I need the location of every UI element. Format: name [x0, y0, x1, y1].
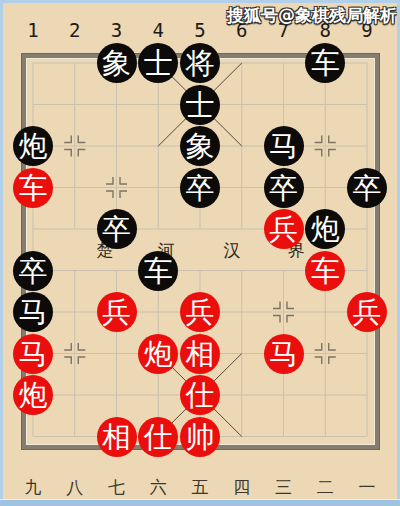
file-label-bottom-3: 七: [104, 477, 130, 497]
piece-black-炮[interactable]: 炮: [305, 209, 345, 249]
piece-black-炮[interactable]: 炮: [13, 126, 53, 166]
file-label-top-3: 3: [106, 20, 128, 40]
piece-black-车[interactable]: 车: [305, 43, 345, 83]
piece-red-炮[interactable]: 炮: [138, 334, 178, 374]
file-label-bottom-7: 三: [271, 477, 297, 497]
piece-red-炮[interactable]: 炮: [13, 375, 53, 415]
piece-black-卒[interactable]: 卒: [13, 251, 53, 291]
piece-red-帅[interactable]: 帅: [180, 417, 220, 457]
piece-red-兵[interactable]: 兵: [180, 292, 220, 332]
piece-black-马[interactable]: 马: [264, 126, 304, 166]
piece-red-相[interactable]: 相: [180, 334, 220, 374]
file-label-bottom-2: 八: [62, 477, 88, 497]
piece-red-兵[interactable]: 兵: [97, 292, 137, 332]
file-label-bottom-6: 四: [229, 477, 255, 497]
piece-black-卒[interactable]: 卒: [180, 168, 220, 208]
watermark: 搜狐号@象棋残局解析: [227, 4, 397, 27]
piece-red-兵[interactable]: 兵: [347, 292, 387, 332]
file-label-top-4: 4: [147, 20, 169, 40]
river-char-3: 汉: [220, 240, 244, 260]
piece-black-士[interactable]: 士: [180, 85, 220, 125]
piece-black-卒[interactable]: 卒: [347, 168, 387, 208]
file-label-top-5: 5: [189, 20, 211, 40]
piece-red-相[interactable]: 相: [97, 417, 137, 457]
piece-black-将[interactable]: 将: [180, 43, 220, 83]
file-label-bottom-8: 二: [312, 477, 338, 497]
piece-red-车[interactable]: 车: [13, 168, 53, 208]
file-label-bottom-4: 六: [145, 477, 171, 497]
file-label-top-1: 1: [22, 20, 44, 40]
piece-red-兵[interactable]: 兵: [264, 209, 304, 249]
piece-red-车[interactable]: 车: [305, 251, 345, 291]
file-label-bottom-5: 五: [187, 477, 213, 497]
piece-red-马[interactable]: 马: [13, 334, 53, 374]
piece-red-马[interactable]: 马: [264, 334, 304, 374]
piece-black-车[interactable]: 车: [138, 251, 178, 291]
window-frame-bottom: [0, 499, 400, 506]
piece-black-卒[interactable]: 卒: [97, 209, 137, 249]
piece-black-象[interactable]: 象: [97, 43, 137, 83]
piece-black-马[interactable]: 马: [13, 292, 53, 332]
window-frame-top: [0, 0, 400, 3]
file-label-bottom-1: 九: [20, 477, 46, 497]
piece-red-仕[interactable]: 仕: [138, 417, 178, 457]
piece-black-卒[interactable]: 卒: [264, 168, 304, 208]
piece-black-士[interactable]: 士: [138, 43, 178, 83]
xiangqi-diagram: 123456789 楚河汉界 象士将车士炮象马车卒卒卒卒兵炮卒车车马兵兵兵马炮相…: [0, 0, 400, 506]
file-label-bottom-9: 一: [354, 477, 380, 497]
piece-red-仕[interactable]: 仕: [180, 375, 220, 415]
window-frame-left: [0, 0, 3, 506]
piece-black-象[interactable]: 象: [180, 126, 220, 166]
file-label-top-2: 2: [64, 20, 86, 40]
